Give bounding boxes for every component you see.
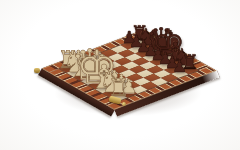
black-pawn-h7[interactable]: ♟ xyxy=(172,60,187,77)
pieces-layer: ♜♟♞♟♝♟♛♟♚♟♝♟♟♞♜♟♟♜♞♟♟♝♟♛♟♚♟♝♟♞♟♜ xyxy=(0,0,240,150)
brass-clasp-pin-icon xyxy=(122,102,126,106)
chess-set-photo: ♜♟♞♟♝♟♛♟♚♟♝♟♟♞♜♟♟♜♞♟♟♝♟♛♟♚♟♝♟♞♟♜ xyxy=(0,0,240,150)
brass-hinge-icon xyxy=(34,68,40,73)
